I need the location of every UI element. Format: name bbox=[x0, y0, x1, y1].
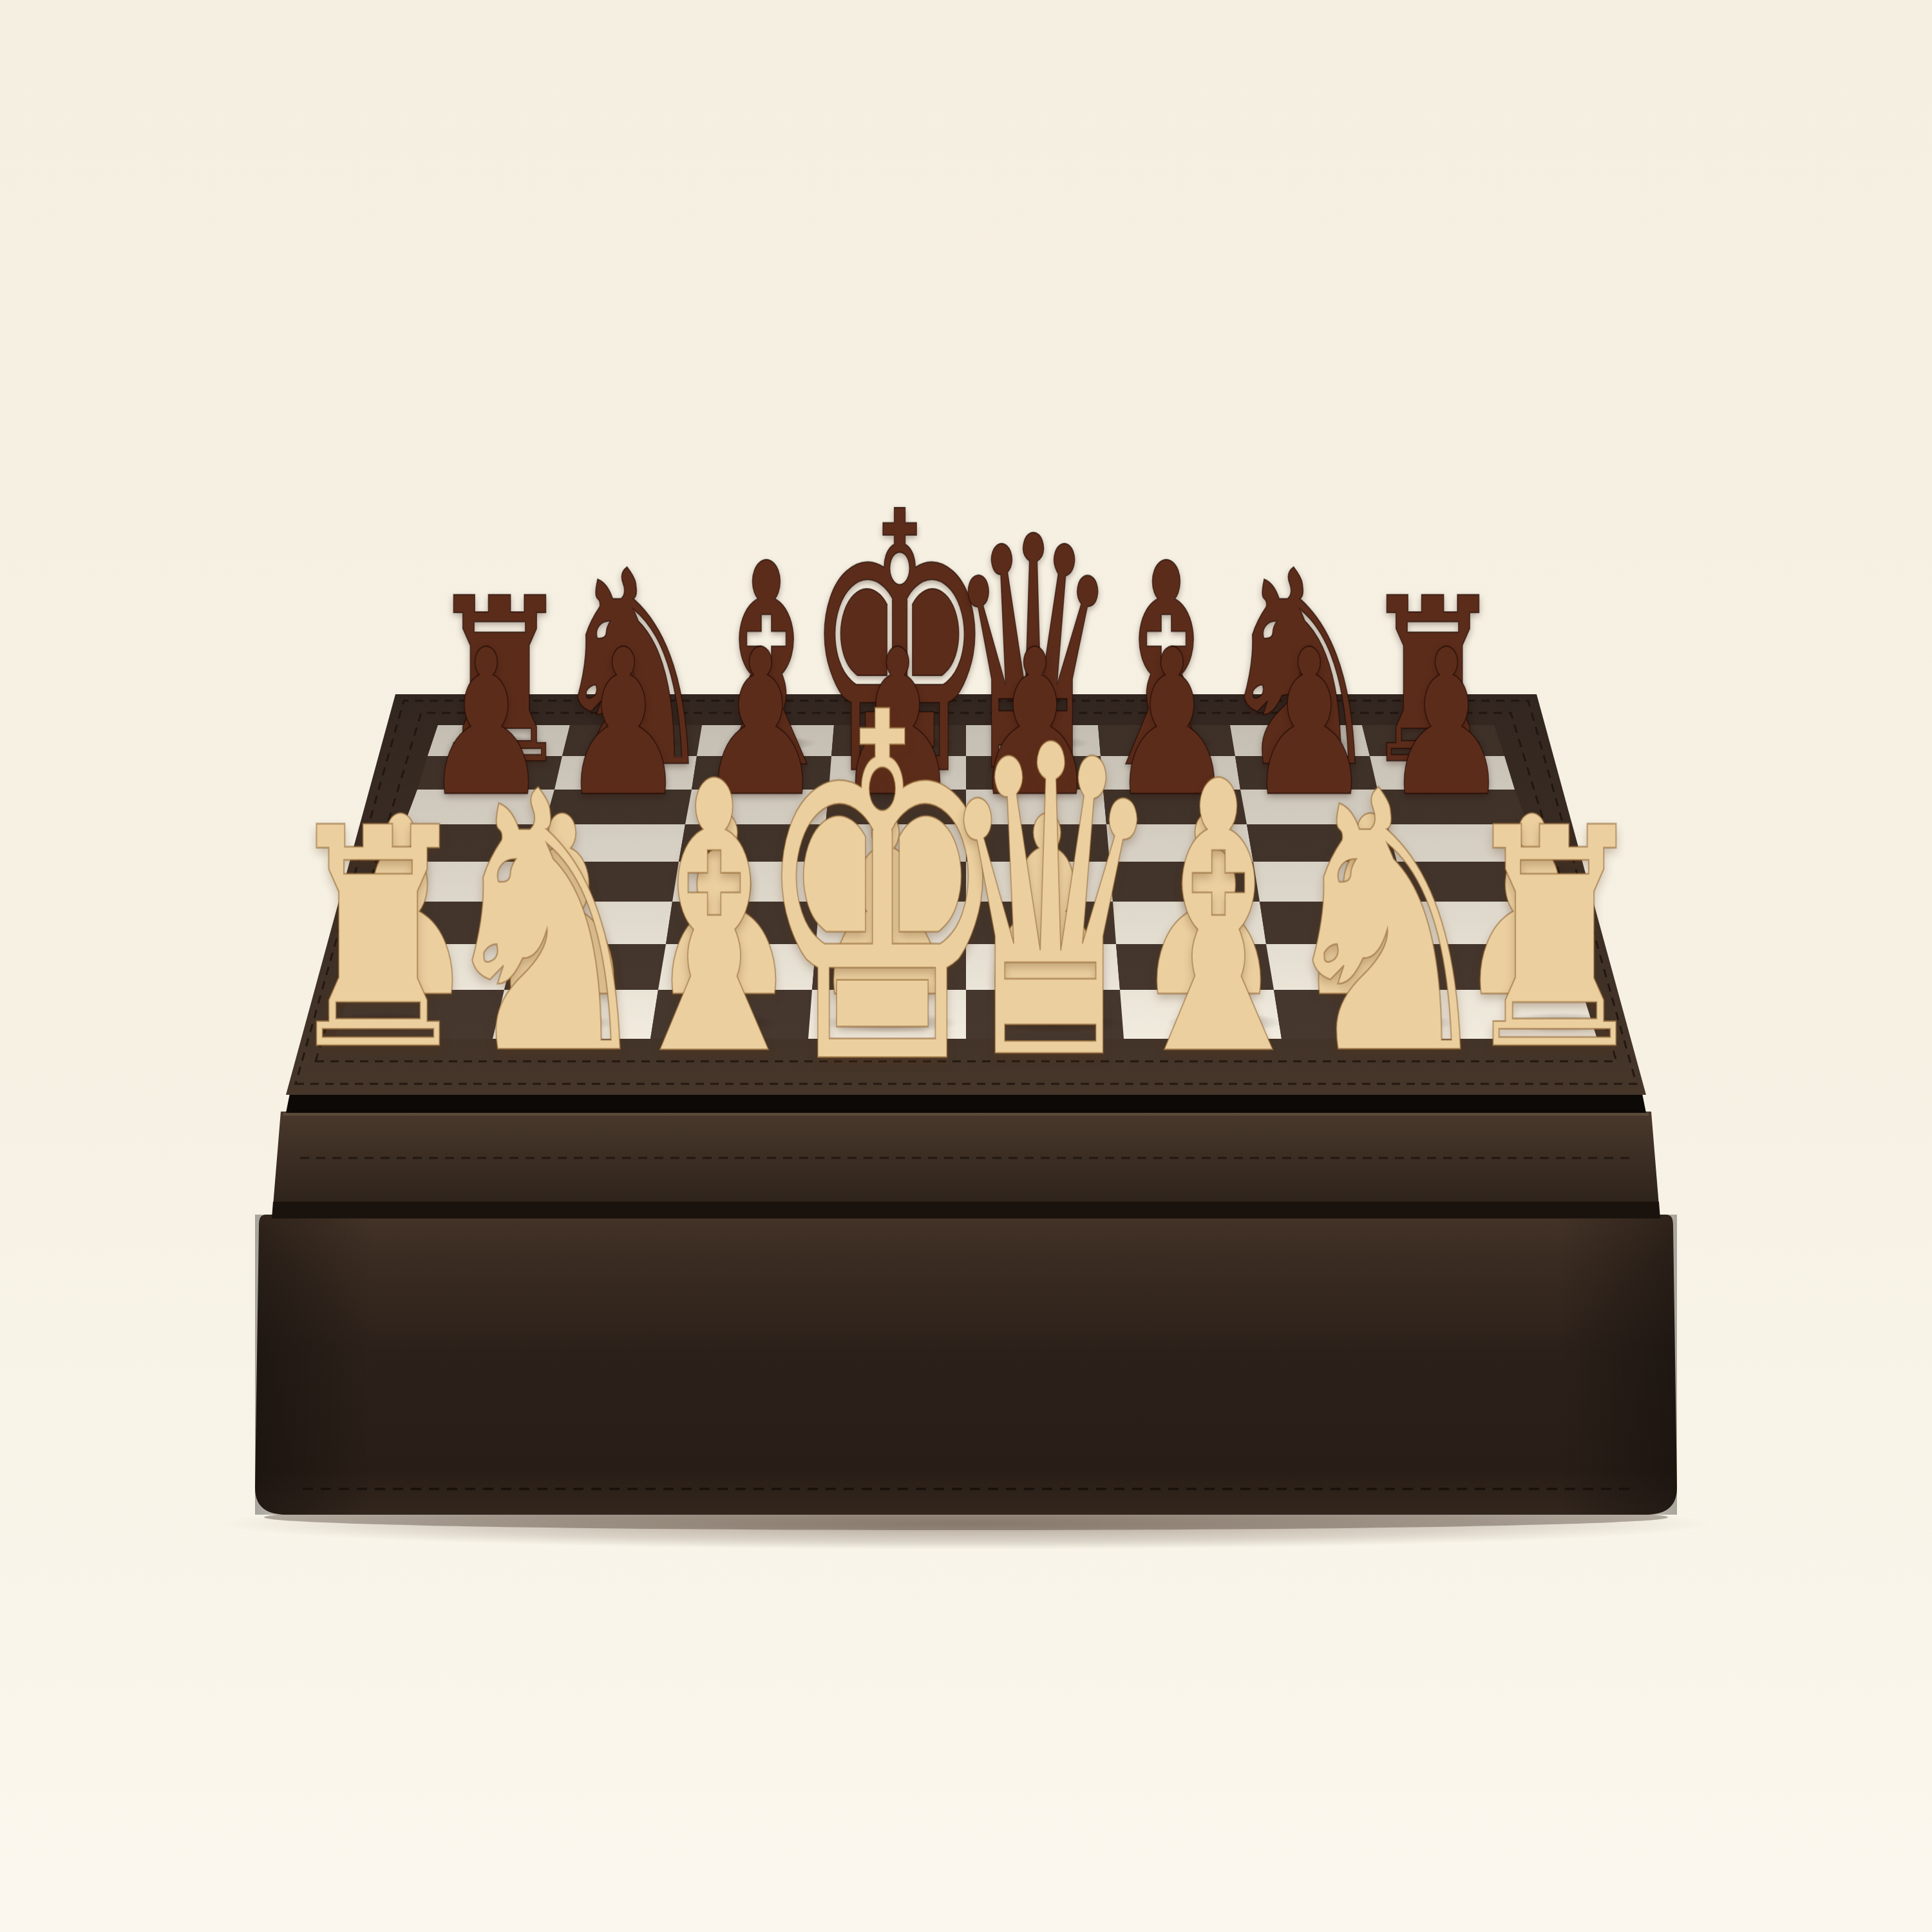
pieces-layer: ♜♞♝♚♛♝♞♜♟♟♟♟♟♟♟♟♟♟♟♟♟♟♟♟♜♞♝♚♛♝♞♜ bbox=[0, 0, 1932, 1932]
piece-white-rook-h1[interactable]: ♜ bbox=[1456, 789, 1652, 1092]
product-photo-stage: ♜♞♝♚♛♝♞♜♟♟♟♟♟♟♟♟♟♟♟♟♟♟♟♟♜♞♝♚♛♝♞♜ bbox=[0, 0, 1932, 1932]
